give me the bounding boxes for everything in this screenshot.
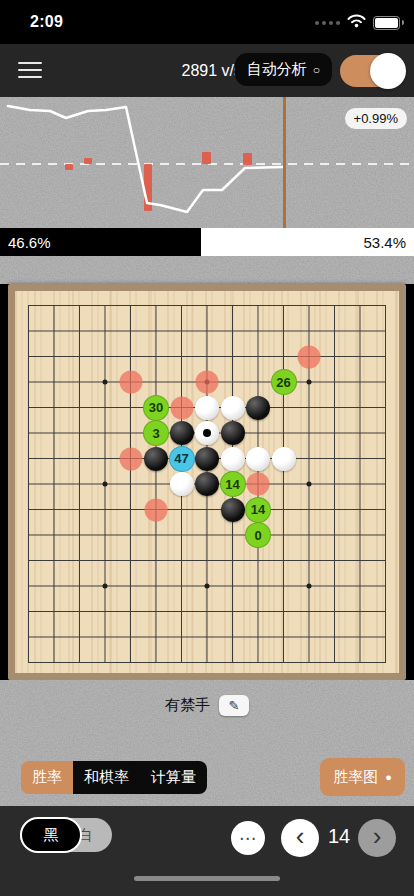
star-point: [103, 380, 108, 385]
forbidden-point-marker: [170, 396, 193, 419]
gomoku-board: 263034714140: [8, 284, 406, 680]
candidate-move-marker[interactable]: 14: [245, 497, 271, 523]
forbidden-point-marker: [298, 345, 321, 368]
pencil-icon: ✎: [229, 698, 240, 713]
move-number: 14: [324, 825, 354, 848]
edit-rule-button[interactable]: ✎: [219, 695, 249, 716]
star-point: [103, 584, 108, 589]
bottom-bar: 白 黑 ⋯ ‹ 14 ›: [0, 806, 414, 896]
wifi-icon: [347, 14, 366, 28]
star-point: [307, 380, 312, 385]
black-winrate-label: 46.6%: [8, 234, 51, 251]
black-stone: [246, 396, 270, 420]
forbidden-point-marker: [119, 371, 142, 394]
winrate-change-badge: +0.99%: [345, 108, 407, 129]
white-stone: [195, 396, 219, 420]
home-indicator[interactable]: [134, 876, 280, 881]
toggle-knob: [370, 53, 406, 89]
stat-tabs: 胜率 和棋率 计算量: [21, 761, 207, 794]
white-stone: [272, 447, 296, 471]
black-stone: [221, 421, 245, 445]
clock: 2:09: [30, 13, 63, 31]
forbidden-point-marker: [145, 498, 168, 521]
winrate-white-segment: 53.4%: [201, 228, 414, 256]
hamburger-menu-icon[interactable]: [18, 62, 42, 83]
candidate-move-marker[interactable]: 30: [143, 395, 169, 421]
lower-section: 有禁手 ✎ 胜率 和棋率 计算量 胜率图 ●: [0, 680, 414, 806]
auto-analysis-indicator-icon: ○: [313, 63, 320, 77]
chevron-left-icon: ‹: [296, 821, 305, 852]
app-screen: 2:09 2891 v/s 自动分析 ○ +0.99% 46.6%: [0, 0, 414, 896]
candidate-move-marker[interactable]: 3: [143, 420, 169, 446]
winrate-graph-section: +0.99% 46.6% 53.4%: [0, 97, 414, 284]
more-options-button[interactable]: ⋯: [231, 821, 265, 855]
black-stone: [195, 472, 219, 496]
tab-drawrate[interactable]: 和棋率: [73, 761, 140, 794]
star-point: [307, 482, 312, 487]
star-point: [205, 584, 210, 589]
black-stone: [195, 447, 219, 471]
forbidden-rule-label: 有禁手: [165, 696, 210, 715]
side-toggle-black-label: 黑: [44, 826, 59, 845]
forbidden-point-marker: [119, 447, 142, 470]
tab-winrate[interactable]: 胜率: [21, 761, 73, 794]
winrate-graph-button-label: 胜率图: [333, 768, 378, 787]
ellipsis-icon: ⋯: [239, 828, 257, 849]
winrate-bar: 46.6% 53.4%: [0, 228, 414, 256]
candidate-move-marker[interactable]: 0: [245, 522, 271, 548]
forbidden-point-marker: [196, 371, 219, 394]
auto-analysis-button[interactable]: 自动分析 ○: [235, 53, 332, 86]
winrate-black-segment: 46.6%: [0, 228, 201, 256]
star-point: [103, 482, 108, 487]
status-bar: 2:09: [0, 0, 414, 44]
winrate-graph-button[interactable]: 胜率图 ●: [320, 758, 405, 796]
white-stone: [246, 447, 270, 471]
previous-move-button[interactable]: ‹: [281, 819, 319, 857]
candidate-move-marker[interactable]: 14: [220, 471, 246, 497]
white-stone: [221, 447, 245, 471]
radio-dot-icon: ●: [385, 771, 392, 783]
rule-row: 有禁手 ✎: [0, 695, 414, 716]
auto-analysis-toggle[interactable]: [340, 55, 404, 87]
battery-icon: [373, 16, 400, 30]
forbidden-point-marker: [247, 473, 270, 496]
side-toggle-thumb: 黑: [20, 817, 82, 853]
board-grid[interactable]: 263034714140: [28, 305, 386, 663]
side-color-toggle[interactable]: 白 黑: [20, 818, 112, 852]
white-stone: [221, 396, 245, 420]
black-stone: [221, 498, 245, 522]
black-stone: [144, 447, 168, 471]
last-move-marker: [203, 429, 211, 437]
star-point: [307, 584, 312, 589]
tab-computation[interactable]: 计算量: [140, 761, 207, 794]
white-stone: [170, 472, 194, 496]
next-move-button[interactable]: ›: [358, 819, 396, 857]
candidate-move-marker[interactable]: 26: [271, 369, 297, 395]
white-stone: [195, 421, 219, 445]
white-winrate-label: 53.4%: [363, 234, 406, 251]
candidate-move-marker[interactable]: 47: [169, 446, 195, 472]
black-stone: [170, 421, 194, 445]
cellular-signal-icon: [315, 21, 340, 25]
auto-analysis-label: 自动分析: [247, 60, 307, 79]
analysis-speed: 2891 v/s: [182, 62, 242, 80]
chevron-right-icon: ›: [373, 821, 382, 852]
header: 2891 v/s 自动分析 ○: [0, 44, 414, 97]
